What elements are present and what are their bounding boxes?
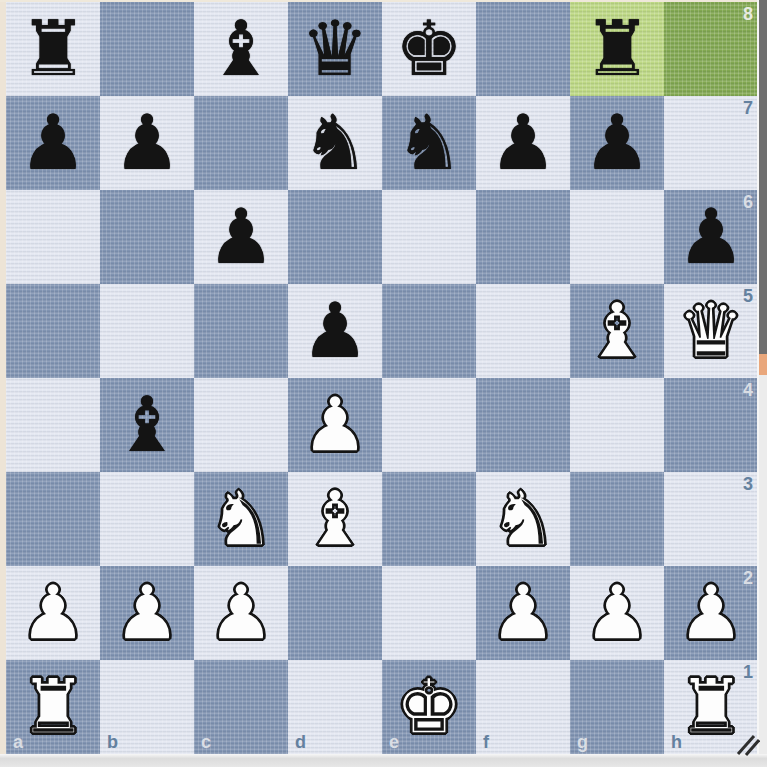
square-d4[interactable]: ♟ (288, 378, 382, 472)
piece-black-bishop[interactable]: ♝ (113, 378, 181, 472)
square-b3[interactable] (100, 472, 194, 566)
square-d8[interactable]: ♛ (288, 2, 382, 96)
square-c6[interactable]: ♟ (194, 190, 288, 284)
rank-label-8: 8 (743, 4, 753, 25)
piece-white-pawn[interactable]: ♟ (207, 566, 275, 660)
square-g5[interactable]: ♝ (570, 284, 664, 378)
square-a3[interactable] (6, 472, 100, 566)
piece-black-pawn[interactable]: ♟ (207, 190, 275, 284)
square-b8[interactable] (100, 2, 194, 96)
square-c4[interactable] (194, 378, 288, 472)
square-e5[interactable] (382, 284, 476, 378)
chess-board: ♜♝♛♚♜8♟♟♞♞♟♟7♟6♟♟♝5♛♝♟4♞♝♞3♟♟♟♟♟2♟a♜bcde… (6, 2, 758, 754)
square-a4[interactable] (6, 378, 100, 472)
square-b6[interactable] (100, 190, 194, 284)
square-e4[interactable] (382, 378, 476, 472)
rank-label-3: 3 (743, 474, 753, 495)
square-h6[interactable]: 6♟ (664, 190, 758, 284)
square-d5[interactable]: ♟ (288, 284, 382, 378)
piece-black-rook[interactable]: ♜ (19, 2, 87, 96)
square-b5[interactable] (100, 284, 194, 378)
piece-black-pawn[interactable]: ♟ (583, 96, 651, 190)
square-f7[interactable]: ♟ (476, 96, 570, 190)
square-c3[interactable]: ♞ (194, 472, 288, 566)
square-a5[interactable] (6, 284, 100, 378)
piece-black-knight[interactable]: ♞ (395, 96, 463, 190)
square-a8[interactable]: ♜ (6, 2, 100, 96)
square-a6[interactable] (6, 190, 100, 284)
square-d6[interactable] (288, 190, 382, 284)
square-f5[interactable] (476, 284, 570, 378)
square-f1[interactable]: f (476, 660, 570, 754)
square-b2[interactable]: ♟ (100, 566, 194, 660)
square-c8[interactable]: ♝ (194, 2, 288, 96)
square-c2[interactable]: ♟ (194, 566, 288, 660)
piece-black-bishop[interactable]: ♝ (207, 2, 275, 96)
square-a2[interactable]: ♟ (6, 566, 100, 660)
file-label-d: d (295, 732, 306, 753)
square-b1[interactable]: b (100, 660, 194, 754)
piece-white-pawn[interactable]: ♟ (677, 566, 745, 660)
file-label-c: c (201, 732, 211, 753)
square-c7[interactable] (194, 96, 288, 190)
right-scrollbar (757, 0, 767, 767)
square-h7[interactable]: 7 (664, 96, 758, 190)
square-g3[interactable] (570, 472, 664, 566)
board-resize-icon[interactable] (734, 732, 760, 760)
square-g7[interactable]: ♟ (570, 96, 664, 190)
piece-black-pawn[interactable]: ♟ (677, 190, 745, 284)
piece-white-bishop[interactable]: ♝ (301, 472, 369, 566)
square-c1[interactable]: c (194, 660, 288, 754)
square-e8[interactable]: ♚ (382, 2, 476, 96)
square-g4[interactable] (570, 378, 664, 472)
square-h3[interactable]: 3 (664, 472, 758, 566)
square-e7[interactable]: ♞ (382, 96, 476, 190)
square-h2[interactable]: 2♟ (664, 566, 758, 660)
piece-black-pawn[interactable]: ♟ (489, 96, 557, 190)
piece-white-queen[interactable]: ♛ (677, 284, 745, 378)
square-f4[interactable] (476, 378, 570, 472)
piece-white-pawn[interactable]: ♟ (583, 566, 651, 660)
square-e1[interactable]: e♚ (382, 660, 476, 754)
square-e6[interactable] (382, 190, 476, 284)
square-d2[interactable] (288, 566, 382, 660)
rank-label-7: 7 (743, 98, 753, 119)
piece-white-knight[interactable]: ♞ (489, 472, 557, 566)
piece-black-knight[interactable]: ♞ (301, 96, 369, 190)
square-a1[interactable]: a♜ (6, 660, 100, 754)
piece-black-queen[interactable]: ♛ (301, 2, 369, 96)
square-f8[interactable] (476, 2, 570, 96)
square-g6[interactable] (570, 190, 664, 284)
rank-label-4: 4 (743, 380, 753, 401)
square-b7[interactable]: ♟ (100, 96, 194, 190)
square-f2[interactable]: ♟ (476, 566, 570, 660)
square-a7[interactable]: ♟ (6, 96, 100, 190)
piece-white-knight[interactable]: ♞ (207, 472, 275, 566)
square-e2[interactable] (382, 566, 476, 660)
square-e3[interactable] (382, 472, 476, 566)
square-d1[interactable]: d (288, 660, 382, 754)
square-h8[interactable]: 8 (664, 2, 758, 96)
piece-white-pawn[interactable]: ♟ (301, 378, 369, 472)
scrollbar-thumb[interactable] (759, 0, 767, 354)
square-c5[interactable] (194, 284, 288, 378)
scrollbar-marker (759, 354, 767, 375)
piece-white-king[interactable]: ♚ (395, 660, 463, 754)
piece-black-pawn[interactable]: ♟ (301, 284, 369, 378)
piece-white-pawn[interactable]: ♟ (113, 566, 181, 660)
file-label-b: b (107, 732, 118, 753)
square-h5[interactable]: 5♛ (664, 284, 758, 378)
square-g8[interactable]: ♜ (570, 2, 664, 96)
square-f6[interactable] (476, 190, 570, 284)
piece-white-bishop[interactable]: ♝ (583, 284, 651, 378)
file-label-g: g (577, 732, 588, 753)
piece-white-pawn[interactable]: ♟ (489, 566, 557, 660)
piece-black-rook[interactable]: ♜ (583, 2, 651, 96)
square-g2[interactable]: ♟ (570, 566, 664, 660)
piece-black-king[interactable]: ♚ (395, 2, 463, 96)
piece-white-pawn[interactable]: ♟ (19, 566, 87, 660)
piece-black-pawn[interactable]: ♟ (113, 96, 181, 190)
square-d3[interactable]: ♝ (288, 472, 382, 566)
square-b4[interactable]: ♝ (100, 378, 194, 472)
window-border-bottom (0, 754, 767, 767)
square-h4[interactable]: 4 (664, 378, 758, 472)
piece-white-rook[interactable]: ♜ (19, 660, 87, 754)
square-d7[interactable]: ♞ (288, 96, 382, 190)
square-f3[interactable]: ♞ (476, 472, 570, 566)
file-label-f: f (483, 732, 489, 753)
square-g1[interactable]: g (570, 660, 664, 754)
piece-black-pawn[interactable]: ♟ (19, 96, 87, 190)
